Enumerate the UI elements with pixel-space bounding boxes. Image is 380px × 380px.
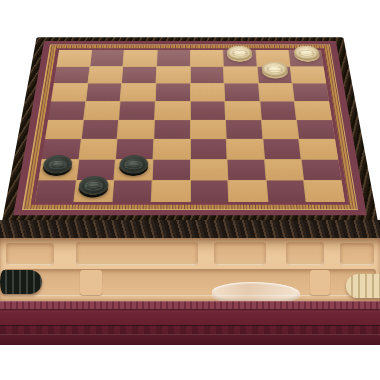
checker-black-man[interactable]: ⛂: [78, 176, 109, 195]
checker-cream-man[interactable]: ⛀: [261, 62, 288, 77]
checker-cream-man[interactable]: ⛀: [227, 46, 253, 60]
square-r7c1[interactable]: ⛂: [39, 160, 78, 180]
square-r5c4[interactable]: [154, 120, 189, 139]
drawer-compartment: [6, 243, 54, 265]
square-r5c1[interactable]: [45, 120, 83, 139]
checkers-board-grid: ⛀⛀⛀⛂⛂⛂: [35, 50, 345, 202]
square-r2c6[interactable]: [224, 67, 258, 84]
square-r2c1[interactable]: [54, 67, 89, 84]
embossed-lip: [0, 301, 380, 309]
square-r7c8[interactable]: [302, 160, 341, 180]
drawer-compartment: [286, 242, 324, 265]
square-r6c5[interactable]: [190, 139, 226, 159]
square-r4c1[interactable]: [48, 101, 85, 119]
checker-black-man[interactable]: ⛂: [119, 155, 149, 173]
square-r3c7[interactable]: [259, 84, 294, 101]
square-r5c6[interactable]: [226, 120, 262, 139]
square-r4c3[interactable]: [119, 101, 154, 119]
square-r7c4[interactable]: [153, 160, 190, 180]
drawer-front-leather[interactable]: [0, 301, 380, 345]
square-r2c7[interactable]: ⛀: [257, 67, 292, 84]
carved-rope-edge-border: ⛀⛀⛀⛂⛂⛂: [2, 37, 378, 222]
square-r1c2[interactable]: [90, 50, 124, 66]
square-r8c4[interactable]: [152, 181, 190, 202]
square-r1c4[interactable]: [157, 50, 190, 66]
square-r1c1[interactable]: [57, 50, 92, 66]
square-r8c3[interactable]: [113, 181, 152, 202]
square-r4c8[interactable]: [295, 101, 332, 119]
square-r2c4[interactable]: [156, 67, 189, 84]
inner-burgundy-gap: ⛀⛀⛀⛂⛂⛂: [31, 48, 349, 204]
square-r3c6[interactable]: [225, 84, 260, 101]
square-r4c4[interactable]: [155, 101, 190, 119]
square-r2c2[interactable]: [88, 67, 123, 84]
square-r3c2[interactable]: [86, 84, 121, 101]
square-r1c8[interactable]: ⛀: [289, 50, 324, 66]
square-r8c2[interactable]: ⛂: [74, 181, 114, 202]
storage-drawer[interactable]: [0, 238, 380, 301]
square-r5c8[interactable]: [297, 120, 335, 139]
square-r8c7[interactable]: [266, 181, 306, 202]
leather-frame-border: ⛀⛀⛀⛂⛂⛂: [13, 41, 367, 215]
square-r1c5[interactable]: [190, 50, 223, 66]
square-r1c6[interactable]: ⛀: [223, 50, 256, 66]
square-r4c6[interactable]: [225, 101, 260, 119]
square-r7c5[interactable]: [190, 160, 227, 180]
square-r7c7[interactable]: [265, 160, 304, 180]
square-r4c7[interactable]: [260, 101, 296, 119]
square-r8c8[interactable]: [304, 181, 344, 202]
square-r4c2[interactable]: [84, 101, 120, 119]
square-r3c3[interactable]: [121, 84, 156, 101]
square-r3c1[interactable]: [51, 84, 87, 101]
black-checkers-stack[interactable]: [0, 270, 42, 294]
drawer-compartment: [76, 242, 198, 265]
square-r2c3[interactable]: [122, 67, 156, 84]
channel-divider: [80, 270, 102, 295]
square-r3c5[interactable]: [190, 84, 224, 101]
checker-black-man[interactable]: ⛂: [42, 155, 73, 173]
square-r8c6[interactable]: [228, 181, 267, 202]
square-r8c1[interactable]: [35, 181, 75, 202]
square-r7c6[interactable]: [228, 160, 266, 180]
square-r8c5[interactable]: [190, 181, 228, 202]
square-r5c2[interactable]: [81, 120, 118, 139]
embossed-stitch-line: [0, 325, 380, 335]
square-r7c3[interactable]: ⛂: [115, 160, 153, 180]
checker-cream-man[interactable]: ⛀: [293, 46, 320, 60]
square-r3c4[interactable]: [156, 84, 190, 101]
cream-checkers-stack[interactable]: [346, 274, 380, 298]
drawer-compartment: [214, 242, 266, 265]
square-r5c5[interactable]: [190, 120, 225, 139]
square-r6c7[interactable]: [263, 139, 301, 159]
checkers-board: ⛀⛀⛀⛂⛂⛂: [2, 37, 378, 222]
channel-divider: [310, 270, 330, 295]
square-r1c3[interactable]: [123, 50, 156, 66]
square-r6c6[interactable]: [227, 139, 264, 159]
drawer-compartment: [340, 243, 374, 265]
square-r2c5[interactable]: [190, 67, 223, 84]
square-r3c8[interactable]: [293, 84, 329, 101]
gold-ornament-band: ⛀⛀⛀⛂⛂⛂: [22, 45, 358, 210]
square-r6c8[interactable]: [300, 139, 339, 159]
square-r4c5[interactable]: [190, 101, 225, 119]
product-photo-checkers-set: ⛀⛀⛀⛂⛂⛂: [0, 0, 380, 380]
square-r5c7[interactable]: [262, 120, 299, 139]
square-r6c2[interactable]: [79, 139, 117, 159]
square-r5c3[interactable]: [118, 120, 154, 139]
square-r2c8[interactable]: [291, 67, 326, 84]
board-front-carved-edge: [0, 220, 380, 238]
square-r6c4[interactable]: [153, 139, 189, 159]
